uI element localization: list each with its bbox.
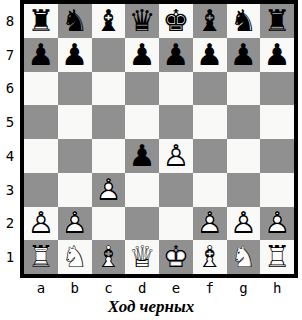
square-c1[interactable]: ♝♗: [92, 240, 126, 274]
square-a4[interactable]: [24, 139, 58, 173]
piece-black-pawn-b7[interactable]: ♟: [58, 38, 92, 72]
piece-white-pawn-h2[interactable]: ♟♙: [260, 207, 294, 241]
square-c3[interactable]: ♟♙: [92, 173, 126, 207]
white-piece-outline: ♗: [193, 240, 227, 274]
piece-white-rook-a1[interactable]: ♜♖: [24, 240, 58, 274]
square-e4[interactable]: ♟♙: [159, 139, 193, 173]
white-piece-outline: ♙: [24, 207, 58, 241]
board-area: 87654321 ♜♞♝♛♚♝♞♜♟♟♟♟♟♟♟♟♟♙♟♙♟♙♟♙♟♙♟♙♟♙♜…: [0, 0, 302, 278]
square-h8[interactable]: ♜: [260, 4, 294, 38]
black-piece-glyph: ♟: [125, 38, 159, 72]
square-b2[interactable]: ♟♙: [58, 207, 92, 241]
square-e3[interactable]: [159, 173, 193, 207]
black-piece-glyph: ♞: [227, 4, 261, 38]
square-f1[interactable]: ♝♗: [193, 240, 227, 274]
square-a1[interactable]: ♜♖: [24, 240, 58, 274]
square-g8[interactable]: ♞: [227, 4, 261, 38]
square-g6[interactable]: [227, 72, 261, 106]
piece-black-pawn-g7[interactable]: ♟: [227, 38, 261, 72]
square-e8[interactable]: ♚: [159, 4, 193, 38]
square-f2[interactable]: ♟♙: [193, 207, 227, 241]
rank-label-2: 2: [0, 207, 20, 241]
square-d1[interactable]: ♛♕: [125, 240, 159, 274]
square-d7[interactable]: ♟: [125, 38, 159, 72]
square-b4[interactable]: [58, 139, 92, 173]
black-piece-glyph: ♝: [193, 4, 227, 38]
square-h3[interactable]: [260, 173, 294, 207]
black-piece-glyph: ♟: [24, 38, 58, 72]
file-label-g: g: [227, 278, 261, 297]
square-d3[interactable]: [125, 173, 159, 207]
piece-white-pawn-c3[interactable]: ♟♙: [92, 173, 126, 207]
square-d6[interactable]: [125, 72, 159, 106]
black-piece-glyph: ♟: [260, 38, 294, 72]
square-f8[interactable]: ♝: [193, 4, 227, 38]
piece-black-pawn-h7[interactable]: ♟: [260, 38, 294, 72]
white-piece-outline: ♖: [260, 240, 294, 274]
black-piece-glyph: ♞: [58, 4, 92, 38]
black-piece-glyph: ♜: [260, 4, 294, 38]
piece-black-pawn-a7[interactable]: ♟: [24, 38, 58, 72]
rank-labels: 87654321: [0, 0, 20, 274]
white-piece-outline: ♙: [58, 207, 92, 241]
square-h6[interactable]: [260, 72, 294, 106]
file-label-h: h: [260, 278, 294, 297]
white-piece-outline: ♘: [58, 240, 92, 274]
rank-label-1: 1: [0, 240, 20, 274]
square-g3[interactable]: [227, 173, 261, 207]
square-e2[interactable]: [159, 207, 193, 241]
rank-label-8: 8: [0, 4, 20, 38]
piece-black-knight-g8[interactable]: ♞: [227, 4, 261, 38]
black-piece-glyph: ♟: [193, 38, 227, 72]
square-c5[interactable]: [92, 105, 126, 139]
square-h4[interactable]: [260, 139, 294, 173]
square-e1[interactable]: ♚♔: [159, 240, 193, 274]
square-b7[interactable]: ♟: [58, 38, 92, 72]
rank-label-7: 7: [0, 38, 20, 72]
square-b8[interactable]: ♞: [58, 4, 92, 38]
black-piece-glyph: ♟: [125, 139, 159, 173]
square-h1[interactable]: ♜♖: [260, 240, 294, 274]
square-b5[interactable]: [58, 105, 92, 139]
chess-diagram: 87654321 ♜♞♝♛♚♝♞♜♟♟♟♟♟♟♟♟♟♙♟♙♟♙♟♙♟♙♟♙♟♙♜…: [0, 0, 302, 320]
white-piece-outline: ♖: [24, 240, 58, 274]
square-f6[interactable]: [193, 72, 227, 106]
piece-white-knight-b1[interactable]: ♞♘: [58, 240, 92, 274]
square-c4[interactable]: [92, 139, 126, 173]
piece-black-bishop-f8[interactable]: ♝: [193, 4, 227, 38]
piece-white-pawn-e4[interactable]: ♟♙: [159, 139, 193, 173]
file-label-f: f: [193, 278, 227, 297]
file-labels: abcdefgh: [24, 278, 294, 297]
piece-black-queen-d8[interactable]: ♛: [125, 4, 159, 38]
white-piece-outline: ♘: [227, 240, 261, 274]
rank-label-4: 4: [0, 139, 20, 173]
file-label-b: b: [58, 278, 92, 297]
square-c8[interactable]: ♝: [92, 4, 126, 38]
square-f7[interactable]: ♟: [193, 38, 227, 72]
square-b3[interactable]: [58, 173, 92, 207]
piece-white-king-e1[interactable]: ♚♔: [159, 240, 193, 274]
chess-board: ♜♞♝♛♚♝♞♜♟♟♟♟♟♟♟♟♟♙♟♙♟♙♟♙♟♙♟♙♟♙♜♖♞♘♝♗♛♕♚♔…: [20, 0, 298, 278]
square-d2[interactable]: [125, 207, 159, 241]
piece-white-rook-h1[interactable]: ♜♖: [260, 240, 294, 274]
piece-black-king-e8[interactable]: ♚: [159, 4, 193, 38]
rank-label-6: 6: [0, 72, 20, 106]
rank-label-3: 3: [0, 173, 20, 207]
black-piece-glyph: ♝: [92, 4, 126, 38]
piece-white-pawn-f2[interactable]: ♟♙: [193, 207, 227, 241]
square-d4[interactable]: ♟: [125, 139, 159, 173]
piece-black-knight-b8[interactable]: ♞: [58, 4, 92, 38]
square-a8[interactable]: ♜: [24, 4, 58, 38]
white-piece-outline: ♙: [260, 207, 294, 241]
square-g4[interactable]: [227, 139, 261, 173]
piece-white-bishop-c1[interactable]: ♝♗: [92, 240, 126, 274]
piece-white-queen-d1[interactable]: ♛♕: [125, 240, 159, 274]
square-f4[interactable]: [193, 139, 227, 173]
black-piece-glyph: ♚: [159, 4, 193, 38]
piece-white-pawn-a2[interactable]: ♟♙: [24, 207, 58, 241]
square-a3[interactable]: [24, 173, 58, 207]
square-g1[interactable]: ♞♘: [227, 240, 261, 274]
piece-black-rook-a8[interactable]: ♜: [24, 4, 58, 38]
square-a2[interactable]: ♟♙: [24, 207, 58, 241]
white-piece-outline: ♔: [159, 240, 193, 274]
square-c7[interactable]: [92, 38, 126, 72]
white-piece-outline: ♙: [92, 173, 126, 207]
white-piece-outline: ♕: [125, 240, 159, 274]
piece-white-knight-g1[interactable]: ♞♘: [227, 240, 261, 274]
square-a6[interactable]: [24, 72, 58, 106]
piece-black-bishop-c8[interactable]: ♝: [92, 4, 126, 38]
black-piece-glyph: ♟: [58, 38, 92, 72]
white-piece-outline: ♙: [159, 139, 193, 173]
square-g5[interactable]: [227, 105, 261, 139]
black-piece-glyph: ♟: [159, 38, 193, 72]
piece-white-pawn-g2[interactable]: ♟♙: [227, 207, 261, 241]
piece-black-pawn-d7[interactable]: ♟: [125, 38, 159, 72]
square-b6[interactable]: [58, 72, 92, 106]
square-h5[interactable]: [260, 105, 294, 139]
piece-black-pawn-d4[interactable]: ♟: [125, 139, 159, 173]
rank-label-5: 5: [0, 105, 20, 139]
piece-black-pawn-e7[interactable]: ♟: [159, 38, 193, 72]
file-label-c: c: [92, 278, 126, 297]
square-g2[interactable]: ♟♙: [227, 207, 261, 241]
piece-black-pawn-f7[interactable]: ♟: [193, 38, 227, 72]
piece-white-bishop-f1[interactable]: ♝♗: [193, 240, 227, 274]
square-d5[interactable]: [125, 105, 159, 139]
square-c2[interactable]: [92, 207, 126, 241]
square-d8[interactable]: ♛: [125, 4, 159, 38]
square-h2[interactable]: ♟♙: [260, 207, 294, 241]
square-f5[interactable]: [193, 105, 227, 139]
file-label-d: d: [125, 278, 159, 297]
square-h7[interactable]: ♟: [260, 38, 294, 72]
square-a7[interactable]: ♟: [24, 38, 58, 72]
square-b1[interactable]: ♞♘: [58, 240, 92, 274]
square-c6[interactable]: [92, 72, 126, 106]
square-e7[interactable]: ♟: [159, 38, 193, 72]
square-e5[interactable]: [159, 105, 193, 139]
black-piece-glyph: ♟: [227, 38, 261, 72]
white-piece-outline: ♗: [92, 240, 126, 274]
black-piece-glyph: ♛: [125, 4, 159, 38]
square-g7[interactable]: ♟: [227, 38, 261, 72]
square-a5[interactable]: [24, 105, 58, 139]
white-piece-outline: ♙: [193, 207, 227, 241]
black-piece-glyph: ♜: [24, 4, 58, 38]
square-e6[interactable]: [159, 72, 193, 106]
file-label-e: e: [159, 278, 193, 297]
square-f3[interactable]: [193, 173, 227, 207]
piece-white-pawn-b2[interactable]: ♟♙: [58, 207, 92, 241]
white-piece-outline: ♙: [227, 207, 261, 241]
file-label-a: a: [24, 278, 58, 297]
piece-black-rook-h8[interactable]: ♜: [260, 4, 294, 38]
move-indicator: Ход черных: [0, 297, 302, 317]
